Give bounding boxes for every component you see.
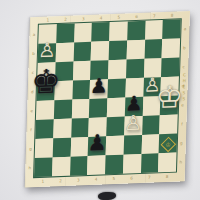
square-e8[interactable] [109, 21, 127, 41]
square-g8[interactable] [145, 20, 163, 40]
square-c7[interactable] [73, 42, 91, 62]
square-a2[interactable] [35, 138, 53, 158]
square-f2[interactable] [123, 135, 141, 155]
square-h6[interactable] [161, 57, 179, 77]
square-c4[interactable] [71, 99, 89, 119]
square-b2[interactable] [52, 138, 70, 158]
coord-label: a [180, 19, 190, 38]
square-d4[interactable] [89, 98, 107, 118]
square-a1[interactable] [34, 157, 52, 177]
piece-white-pawn-f3[interactable]: ♙ [124, 112, 143, 133]
square-f1[interactable] [123, 154, 141, 174]
square-e5[interactable] [107, 79, 125, 99]
square-g1[interactable] [140, 153, 158, 173]
square-a3[interactable] [35, 119, 53, 139]
square-h1[interactable] [158, 153, 176, 173]
square-d7[interactable] [91, 41, 109, 61]
square-b1[interactable] [52, 157, 70, 177]
square-g3[interactable] [142, 115, 160, 135]
square-d1[interactable] [87, 155, 105, 175]
square-e7[interactable] [109, 40, 127, 60]
square-c5[interactable] [72, 80, 90, 100]
square-f6[interactable] [126, 59, 144, 79]
coord-label: 8 [158, 172, 176, 183]
piece-black-pawn-d5[interactable]: ♟ [90, 76, 108, 97]
off-board-object [98, 191, 117, 200]
square-d8[interactable] [91, 22, 109, 42]
square-b4[interactable] [54, 100, 72, 120]
square-e4[interactable] [107, 98, 125, 118]
piece-black-pawn-d2[interactable]: ♟ [87, 132, 107, 154]
square-c6[interactable] [73, 61, 91, 81]
coord-label: g [177, 133, 187, 152]
square-f7[interactable] [126, 40, 144, 60]
photo-background: 12345678 12345678 abcdefgh abcdefgh ♙♚♟♙… [0, 0, 200, 200]
square-c2[interactable] [70, 137, 88, 157]
coord-label: 2 [51, 176, 69, 187]
coord-label: b [180, 38, 190, 57]
square-e6[interactable] [108, 59, 126, 79]
square-g7[interactable] [144, 39, 162, 59]
square-c1[interactable] [70, 156, 88, 176]
coord-label: 5 [105, 174, 123, 185]
square-c8[interactable] [74, 23, 92, 43]
square-b7[interactable] [55, 42, 73, 62]
piece-white-pawn-a7[interactable]: ♙ [38, 41, 56, 61]
coord-label: h [176, 152, 186, 171]
coord-label: 6 [122, 173, 140, 184]
coord-label: 7 [140, 172, 158, 183]
square-e3[interactable] [106, 117, 124, 137]
square-b3[interactable] [53, 119, 71, 139]
square-f8[interactable] [127, 21, 145, 41]
coord-label: 1 [34, 176, 52, 187]
piece-black-king-a5[interactable]: ♚ [31, 65, 61, 99]
crown-icon: ♔ [166, 141, 172, 147]
chess-board[interactable]: 12345678 12345678 abcdefgh abcdefgh ♙♚♟♙… [25, 11, 190, 187]
square-e1[interactable] [105, 155, 123, 175]
square-h7[interactable] [162, 38, 180, 58]
square-g2[interactable] [141, 134, 159, 154]
square-a4[interactable] [36, 100, 54, 120]
coord-label: 4 [87, 174, 105, 185]
square-h3[interactable] [159, 115, 177, 135]
square-b8[interactable] [56, 23, 74, 43]
square-c3[interactable] [71, 118, 89, 138]
square-h8[interactable] [162, 19, 180, 39]
square-e2[interactable] [106, 136, 124, 156]
coord-label: 3 [69, 175, 87, 186]
